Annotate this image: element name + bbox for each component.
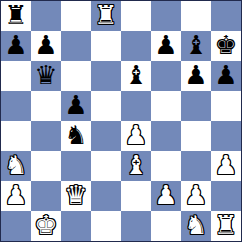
square-a2[interactable]: ♟ xyxy=(1,181,31,211)
square-g6[interactable]: ♟ xyxy=(181,61,211,91)
square-a5[interactable] xyxy=(1,91,31,121)
square-d7[interactable] xyxy=(91,31,121,61)
square-h7[interactable]: ♚ xyxy=(211,31,241,61)
piece-white-pawn[interactable]: ♟ xyxy=(184,180,207,210)
square-d5[interactable] xyxy=(91,91,121,121)
square-g8[interactable] xyxy=(181,1,211,31)
square-b7[interactable]: ♟ xyxy=(31,31,61,61)
piece-black-queen[interactable]: ♛ xyxy=(34,60,57,90)
square-d3[interactable] xyxy=(91,151,121,181)
square-g5[interactable] xyxy=(181,91,211,121)
square-f5[interactable] xyxy=(151,91,181,121)
piece-white-bishop[interactable]: ♝ xyxy=(124,150,147,180)
square-f6[interactable] xyxy=(151,61,181,91)
piece-black-king[interactable]: ♚ xyxy=(214,30,237,60)
square-h8[interactable] xyxy=(211,1,241,31)
piece-black-pawn[interactable]: ♟ xyxy=(4,30,27,60)
square-f2[interactable]: ♟ xyxy=(151,181,181,211)
square-c1[interactable] xyxy=(61,211,91,241)
piece-black-pawn[interactable]: ♟ xyxy=(64,90,87,120)
square-e3[interactable]: ♝ xyxy=(121,151,151,181)
square-c4[interactable]: ♞ xyxy=(61,121,91,151)
square-b1[interactable]: ♚ xyxy=(31,211,61,241)
piece-black-pawn[interactable]: ♟ xyxy=(154,30,177,60)
square-d6[interactable] xyxy=(91,61,121,91)
square-e4[interactable]: ♟ xyxy=(121,121,151,151)
square-c7[interactable] xyxy=(61,31,91,61)
piece-black-pawn[interactable]: ♟ xyxy=(34,30,57,60)
piece-white-rook[interactable]: ♜ xyxy=(214,210,237,240)
square-c8[interactable] xyxy=(61,1,91,31)
square-e7[interactable] xyxy=(121,31,151,61)
square-b3[interactable] xyxy=(31,151,61,181)
square-f4[interactable] xyxy=(151,121,181,151)
square-h3[interactable]: ♟ xyxy=(211,151,241,181)
piece-black-pawn[interactable]: ♟ xyxy=(214,60,237,90)
square-d4[interactable] xyxy=(91,121,121,151)
piece-white-king[interactable]: ♚ xyxy=(34,210,57,240)
piece-white-knight[interactable]: ♞ xyxy=(184,210,207,240)
square-e5[interactable] xyxy=(121,91,151,121)
piece-white-pawn[interactable]: ♟ xyxy=(124,120,147,150)
square-g4[interactable] xyxy=(181,121,211,151)
square-c5[interactable]: ♟ xyxy=(61,91,91,121)
square-g3[interactable] xyxy=(181,151,211,181)
square-h1[interactable]: ♜ xyxy=(211,211,241,241)
square-b8[interactable] xyxy=(31,1,61,31)
piece-black-knight[interactable]: ♞ xyxy=(64,120,87,150)
square-a3[interactable]: ♞ xyxy=(1,151,31,181)
square-a8[interactable]: ♜ xyxy=(1,1,31,31)
piece-black-bishop[interactable]: ♝ xyxy=(184,30,207,60)
square-g7[interactable]: ♝ xyxy=(181,31,211,61)
square-a4[interactable] xyxy=(1,121,31,151)
piece-white-pawn[interactable]: ♟ xyxy=(154,180,177,210)
square-f7[interactable]: ♟ xyxy=(151,31,181,61)
square-h5[interactable] xyxy=(211,91,241,121)
square-b4[interactable] xyxy=(31,121,61,151)
square-d1[interactable] xyxy=(91,211,121,241)
square-b6[interactable]: ♛ xyxy=(31,61,61,91)
square-g1[interactable]: ♞ xyxy=(181,211,211,241)
piece-white-queen[interactable]: ♛ xyxy=(64,180,87,210)
square-f1[interactable] xyxy=(151,211,181,241)
square-e1[interactable] xyxy=(121,211,151,241)
square-f3[interactable] xyxy=(151,151,181,181)
chess-board-frame: ♜♜♟♟♟♝♚♛♝♟♟♟♞♟♞♝♟♟♛♟♟♚♞♜ xyxy=(0,0,242,242)
piece-black-rook[interactable]: ♜ xyxy=(4,0,27,30)
square-h4[interactable] xyxy=(211,121,241,151)
square-f8[interactable] xyxy=(151,1,181,31)
piece-white-pawn[interactable]: ♟ xyxy=(4,180,27,210)
square-b5[interactable] xyxy=(31,91,61,121)
square-d8[interactable]: ♜ xyxy=(91,1,121,31)
square-e8[interactable] xyxy=(121,1,151,31)
piece-black-bishop[interactable]: ♝ xyxy=(124,60,147,90)
square-c3[interactable] xyxy=(61,151,91,181)
square-a1[interactable] xyxy=(1,211,31,241)
square-a6[interactable] xyxy=(1,61,31,91)
square-e2[interactable] xyxy=(121,181,151,211)
square-e6[interactable]: ♝ xyxy=(121,61,151,91)
square-c6[interactable] xyxy=(61,61,91,91)
square-b2[interactable] xyxy=(31,181,61,211)
square-h6[interactable]: ♟ xyxy=(211,61,241,91)
square-h2[interactable] xyxy=(211,181,241,211)
piece-white-pawn[interactable]: ♟ xyxy=(214,150,237,180)
square-a7[interactable]: ♟ xyxy=(1,31,31,61)
square-d2[interactable] xyxy=(91,181,121,211)
piece-white-knight[interactable]: ♞ xyxy=(4,150,27,180)
piece-black-pawn[interactable]: ♟ xyxy=(184,60,207,90)
chess-board: ♜♜♟♟♟♝♚♛♝♟♟♟♞♟♞♝♟♟♛♟♟♚♞♜ xyxy=(1,1,241,241)
square-g2[interactable]: ♟ xyxy=(181,181,211,211)
piece-white-rook[interactable]: ♜ xyxy=(94,0,117,30)
square-c2[interactable]: ♛ xyxy=(61,181,91,211)
